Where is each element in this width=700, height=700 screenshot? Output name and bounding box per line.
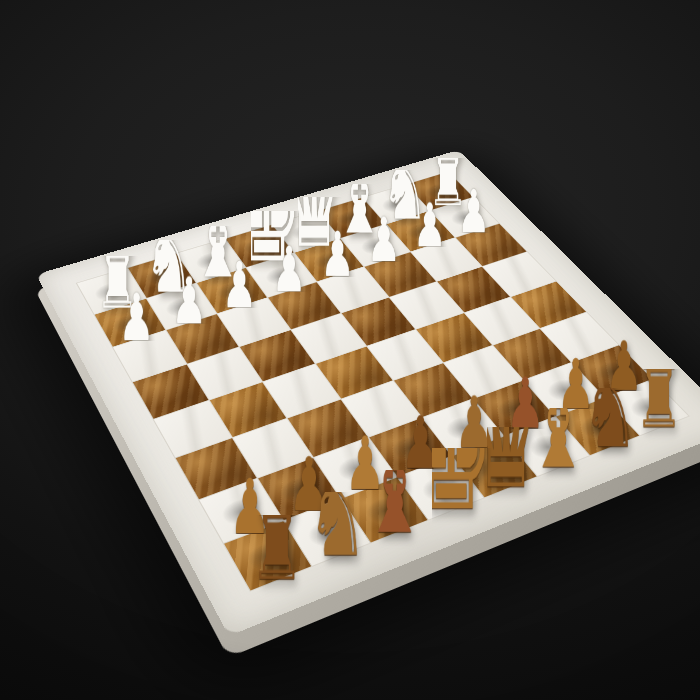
piece-contact-shadow xyxy=(135,260,190,293)
square-b2: ♟ xyxy=(386,211,455,252)
white-pawn: ♟ xyxy=(223,255,256,309)
white-pawn: ♟ xyxy=(272,240,305,293)
square-b1: ♞ xyxy=(363,185,430,224)
piece-contact-shadow xyxy=(234,531,303,583)
piece-contact-shadow xyxy=(280,217,333,248)
white-pawn: ♟ xyxy=(458,183,489,233)
square-d1: ♛ xyxy=(272,211,339,252)
square-g1: ♞ xyxy=(128,253,196,297)
square-b4 xyxy=(437,267,510,312)
piece-contact-shadow xyxy=(84,275,139,309)
piece-contact-shadow xyxy=(439,203,493,233)
square-h2: ♟ xyxy=(95,299,165,347)
square-a2: ♟ xyxy=(431,197,499,237)
white-pawn: ♟ xyxy=(368,211,400,262)
board-perspective-wrapper: ♜♞♝♚♛♝♞♜♟♟♟♟♟♟♟♟♟♟♟♟♟♟♟♟♜♞♝♚♛♝♞♜ xyxy=(0,0,700,700)
white-pawn: ♟ xyxy=(414,197,445,248)
white-knight: ♞ xyxy=(389,171,420,221)
piece-contact-shadow xyxy=(154,290,210,325)
square-c1: ♝ xyxy=(318,198,385,238)
piece-contact-shadow xyxy=(302,245,357,277)
square-f3 xyxy=(218,298,290,346)
piece-contact-shadow xyxy=(102,305,159,341)
white-pawn: ♟ xyxy=(172,271,206,325)
square-a1: ♜ xyxy=(406,172,472,210)
square-d4 xyxy=(341,298,415,346)
white-bishop: ♝ xyxy=(202,226,234,278)
piece-contact-shadow xyxy=(326,203,379,233)
piece-contact-shadow xyxy=(349,230,404,261)
square-e1: ♚ xyxy=(225,225,292,267)
white-knight: ♞ xyxy=(152,240,185,293)
white-bishop: ♝ xyxy=(344,184,375,234)
square-d3 xyxy=(317,267,388,313)
piece-contact-shadow xyxy=(254,259,309,292)
square-d2: ♟ xyxy=(294,238,363,281)
marble-board-slab: ♜♞♝♚♛♝♞♜♟♟♟♟♟♟♟♟♟♟♟♟♟♟♟♟♜♞♝♚♛♝♞♜ xyxy=(36,150,700,636)
square-a4 xyxy=(483,252,555,296)
white-rook: ♜ xyxy=(101,256,134,310)
square-f1: ♝ xyxy=(177,239,245,282)
white-rook: ♜ xyxy=(433,158,463,207)
square-e2: ♟ xyxy=(246,253,316,297)
square-g2: ♟ xyxy=(147,283,217,330)
square-f2: ♟ xyxy=(197,268,267,314)
square-a5 xyxy=(511,281,586,328)
square-h1: ♜ xyxy=(77,268,145,314)
product-photo-scene: ♜♞♝♚♛♝♞♜♟♟♟♟♟♟♟♟♟♟♟♟♟♟♟♟♜♞♝♚♛♝♞♜ xyxy=(0,0,700,700)
piece-contact-shadow xyxy=(185,245,239,277)
piece-contact-shadow xyxy=(205,274,261,308)
white-king: ♚ xyxy=(251,211,283,262)
white-queen: ♛ xyxy=(298,197,330,248)
piece-contact-shadow xyxy=(208,488,274,536)
piece-contact-shadow xyxy=(352,487,420,535)
square-c3 xyxy=(365,252,436,296)
square-b3 xyxy=(411,238,482,281)
piece-contact-shadow xyxy=(294,509,362,559)
piece-contact-shadow xyxy=(233,231,287,263)
chessboard-grid: ♜♞♝♚♛♝♞♜♟♟♟♟♟♟♟♟♟♟♟♟♟♟♟♟♜♞♝♚♛♝♞♜ xyxy=(77,172,689,591)
square-c4 xyxy=(390,282,463,329)
piece-contact-shadow xyxy=(414,177,466,205)
piece-contact-shadow xyxy=(394,216,448,247)
white-pawn: ♟ xyxy=(119,287,153,342)
square-e3 xyxy=(268,282,340,329)
white-pawn: ♟ xyxy=(321,225,353,277)
piece-contact-shadow xyxy=(370,190,423,219)
square-c2: ♟ xyxy=(341,224,410,266)
square-a3 xyxy=(456,224,526,266)
square-b5 xyxy=(464,297,539,345)
